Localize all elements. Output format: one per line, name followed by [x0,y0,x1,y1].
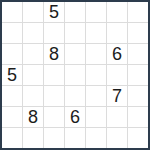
grid-cell-r6c6[interactable] [107,107,127,127]
grid-cell-r4c7[interactable] [128,65,148,85]
grid-cell-r6c1[interactable] [2,107,22,127]
grid-cell-r6c4[interactable]: 6 [65,107,85,127]
grid-cell-r7c5[interactable] [86,128,106,148]
grid-cell-r4c2[interactable] [23,65,43,85]
grid-cell-r3c5[interactable] [86,44,106,64]
grid-cell-r2c5[interactable] [86,23,106,43]
given-digit: 5 [49,3,59,21]
grid-cell-r4c3[interactable] [44,65,64,85]
grid-cell-r1c5[interactable] [86,2,106,22]
grid-cell-r7c6[interactable] [107,128,127,148]
grid-cell-r7c4[interactable] [65,128,85,148]
grid-cell-r2c6[interactable] [107,23,127,43]
grid-cell-r3c6[interactable]: 6 [107,44,127,64]
grid-cell-r5c3[interactable] [44,86,64,106]
given-digit: 6 [112,45,122,63]
given-digit: 7 [112,87,122,105]
grid-cell-r1c4[interactable] [65,2,85,22]
grid-cell-r6c7[interactable] [128,107,148,127]
grid-cell-r1c6[interactable] [107,2,127,22]
grid-cell-r5c6[interactable]: 7 [107,86,127,106]
grid-cell-r1c1[interactable] [2,2,22,22]
grid-cell-r5c7[interactable] [128,86,148,106]
grid-cell-r3c2[interactable] [23,44,43,64]
grid-cell-r2c3[interactable] [44,23,64,43]
grid-cell-r5c2[interactable] [23,86,43,106]
puzzle-board: 5865786 [0,0,150,150]
grid-cell-r4c5[interactable] [86,65,106,85]
grid-cell-r7c7[interactable] [128,128,148,148]
grid-cell-r6c2[interactable]: 8 [23,107,43,127]
grid-cell-r6c5[interactable] [86,107,106,127]
grid-cell-r5c5[interactable] [86,86,106,106]
grid-cell-r7c3[interactable] [44,128,64,148]
grid-cell-r3c1[interactable] [2,44,22,64]
grid-cell-r7c2[interactable] [23,128,43,148]
grid-cell-r3c4[interactable] [65,44,85,64]
given-digit: 8 [49,45,59,63]
grid-cell-r4c4[interactable] [65,65,85,85]
grid-cell-r3c3[interactable]: 8 [44,44,64,64]
given-digit: 6 [70,108,80,126]
given-digit: 8 [28,108,38,126]
grid-cell-r1c3[interactable]: 5 [44,2,64,22]
grid-cell-r4c6[interactable] [107,65,127,85]
grid-cell-r5c4[interactable] [65,86,85,106]
grid-cell-r1c2[interactable] [23,2,43,22]
given-digit: 5 [7,66,17,84]
grid-cell-r2c7[interactable] [128,23,148,43]
grid-cell-r7c1[interactable] [2,128,22,148]
grid-cell-r3c7[interactable] [128,44,148,64]
grid-cell-r6c3[interactable] [44,107,64,127]
grid-cell-r5c1[interactable] [2,86,22,106]
grid-cell-r4c1[interactable]: 5 [2,65,22,85]
grid-cell-r1c7[interactable] [128,2,148,22]
grid-cell-r2c1[interactable] [2,23,22,43]
grid-cell-r2c4[interactable] [65,23,85,43]
grid-cell-r2c2[interactable] [23,23,43,43]
